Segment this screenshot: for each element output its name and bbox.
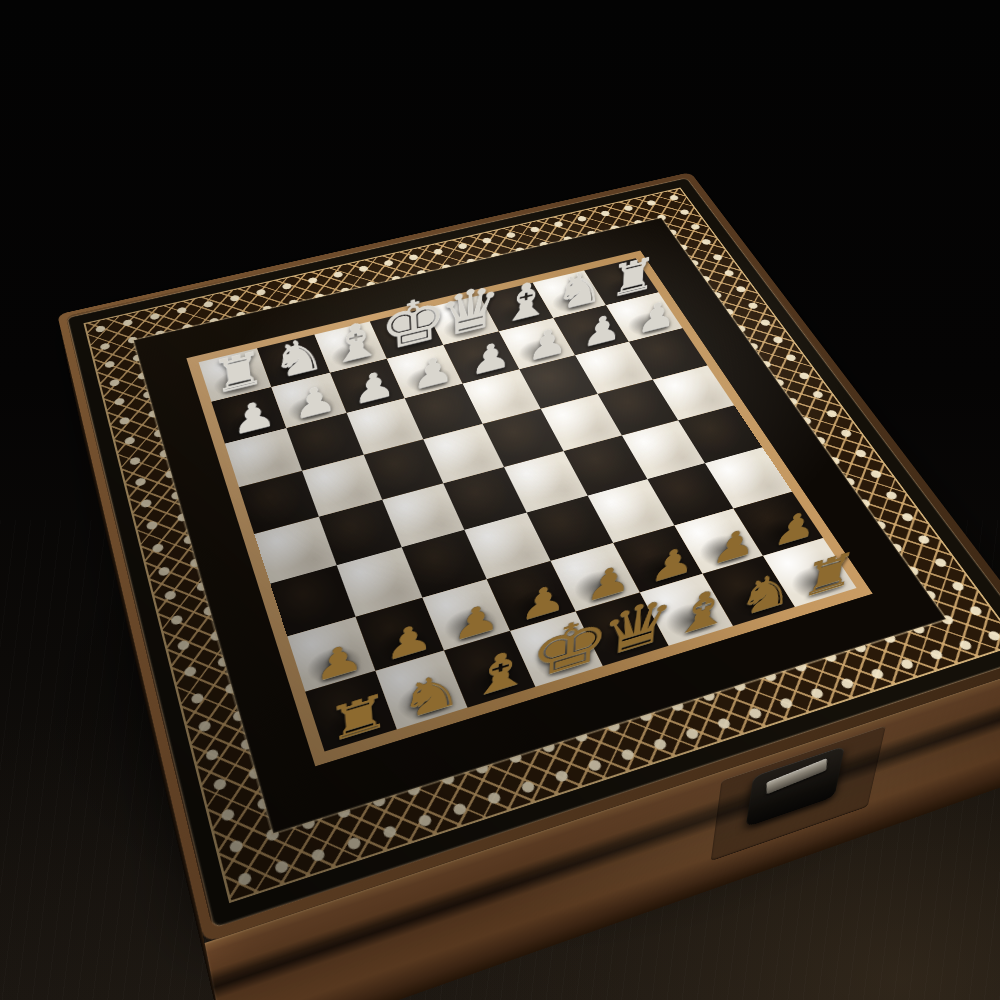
piece-bronze-pawn: ♟ (311, 638, 366, 688)
piece-silver-knight: ♞ (269, 330, 327, 385)
square-b5 (621, 420, 705, 479)
piece-bronze-pawn: ♟ (771, 505, 820, 552)
chess-box: ♜♞♝♚♛♝♞♜♟♟♟♟♟♟♟♟♟♟♟♟♟♟♟♟♜♞♝♚♛♝♞♜ (57, 172, 1000, 943)
piece-silver-pawn: ♟ (411, 350, 455, 394)
scene: ♜♞♝♚♛♝♞♜♟♟♟♟♟♟♟♟♟♟♟♟♟♟♟♟♜♞♝♚♛♝♞♜ (0, 0, 1000, 1000)
piece-silver-pawn: ♟ (526, 322, 568, 366)
